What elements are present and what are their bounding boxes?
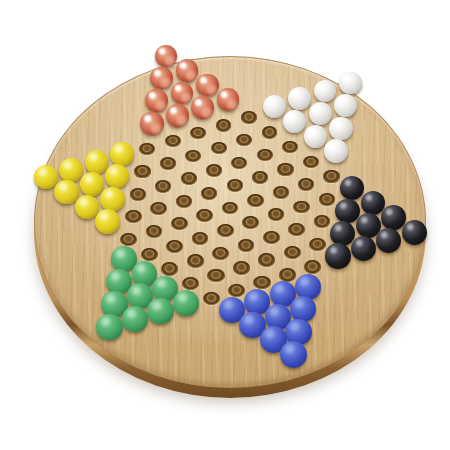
marble-green[interactable]	[147, 298, 173, 324]
marble-yellow[interactable]	[110, 142, 134, 166]
marble-black[interactable]	[325, 243, 350, 268]
marble-yellow[interactable]	[100, 187, 124, 211]
board-hole[interactable]	[166, 240, 183, 253]
board-hole[interactable]	[165, 135, 181, 147]
marble-black[interactable]	[402, 220, 427, 245]
board-hole[interactable]	[303, 156, 319, 169]
board-hole[interactable]	[241, 111, 257, 123]
board-hole[interactable]	[309, 238, 326, 251]
board-hole[interactable]	[134, 165, 150, 178]
marble-white[interactable]	[263, 95, 286, 118]
board-hole[interactable]	[319, 193, 335, 206]
marble-white[interactable]	[329, 117, 352, 140]
board-hole[interactable]	[284, 246, 301, 259]
board-hole[interactable]	[216, 119, 232, 131]
board-hole[interactable]	[298, 178, 314, 191]
marble-red[interactable]	[140, 112, 163, 135]
board-hole[interactable]	[253, 276, 270, 289]
board-hole[interactable]	[282, 141, 298, 153]
board-hole[interactable]	[212, 247, 229, 260]
board-hole[interactable]	[279, 268, 296, 281]
marble-red[interactable]	[150, 67, 173, 90]
board-hole[interactable]	[161, 262, 178, 275]
board-hole[interactable]	[130, 188, 146, 201]
hole-field	[0, 0, 450, 450]
board-hole[interactable]	[227, 179, 243, 192]
board-hole[interactable]	[323, 170, 339, 183]
marble-black[interactable]	[351, 236, 376, 261]
board-hole[interactable]	[217, 224, 234, 237]
marble-white[interactable]	[334, 94, 357, 117]
marble-white[interactable]	[309, 102, 332, 125]
board-hole[interactable]	[120, 233, 137, 246]
marble-red[interactable]	[166, 104, 189, 127]
marble-red[interactable]	[191, 96, 214, 119]
board-hole[interactable]	[233, 261, 250, 274]
marble-yellow[interactable]	[85, 150, 109, 174]
board-hole[interactable]	[207, 269, 224, 282]
board-hole[interactable]	[268, 208, 285, 221]
board-hole[interactable]	[171, 217, 188, 230]
marble-yellow[interactable]	[105, 164, 129, 188]
marble-white[interactable]	[288, 87, 311, 110]
board-hole[interactable]	[203, 292, 220, 306]
photo-scene	[0, 0, 450, 450]
board-hole[interactable]	[247, 194, 263, 207]
marble-white[interactable]	[324, 139, 348, 163]
board-hole[interactable]	[231, 157, 247, 170]
marble-black[interactable]	[376, 228, 401, 253]
marble-yellow[interactable]	[95, 209, 120, 234]
marble-green[interactable]	[96, 314, 123, 341]
board-hole[interactable]	[314, 215, 331, 228]
board-hole[interactable]	[139, 143, 155, 155]
board-hole[interactable]	[277, 163, 293, 176]
marble-red[interactable]	[196, 74, 219, 97]
marble-red[interactable]	[155, 45, 177, 67]
board-hole[interactable]	[263, 231, 280, 244]
board-hole[interactable]	[304, 260, 321, 273]
board-hole[interactable]	[228, 284, 245, 298]
board-hole[interactable]	[185, 150, 201, 162]
board-hole[interactable]	[190, 127, 206, 139]
marble-red[interactable]	[171, 82, 194, 105]
board-hole[interactable]	[238, 239, 255, 252]
board-hole[interactable]	[150, 202, 167, 215]
marble-green[interactable]	[122, 306, 148, 332]
board-hole[interactable]	[222, 202, 239, 215]
marble-yellow[interactable]	[59, 158, 83, 182]
marble-white[interactable]	[283, 110, 306, 133]
marble-blue[interactable]	[280, 341, 307, 368]
board-hole[interactable]	[182, 277, 199, 290]
board-hole[interactable]	[141, 248, 158, 261]
board-hole[interactable]	[257, 149, 273, 161]
marble-white[interactable]	[304, 125, 327, 148]
marble-red[interactable]	[176, 59, 198, 81]
board-hole[interactable]	[181, 172, 197, 185]
board-hole[interactable]	[236, 134, 252, 146]
board-hole[interactable]	[176, 195, 192, 208]
board-hole[interactable]	[192, 232, 209, 245]
board-hole[interactable]	[252, 171, 268, 184]
board-hole[interactable]	[242, 216, 259, 229]
marble-white[interactable]	[314, 80, 337, 103]
board-hole[interactable]	[196, 209, 213, 222]
board-hole[interactable]	[160, 157, 176, 170]
board-hole[interactable]	[288, 223, 305, 236]
board-hole[interactable]	[206, 164, 222, 177]
board-hole[interactable]	[273, 186, 289, 199]
board-hole[interactable]	[146, 225, 163, 238]
marble-yellow[interactable]	[54, 180, 78, 204]
board-hole[interactable]	[187, 254, 204, 267]
marble-red[interactable]	[145, 89, 168, 112]
marble-black[interactable]	[340, 176, 364, 200]
board-hole[interactable]	[155, 180, 171, 193]
board-hole[interactable]	[211, 142, 227, 154]
board-hole[interactable]	[258, 253, 275, 266]
marble-green[interactable]	[173, 290, 199, 316]
board-hole[interactable]	[262, 126, 278, 138]
board-hole[interactable]	[201, 187, 217, 200]
marble-red[interactable]	[217, 88, 240, 111]
marble-white[interactable]	[339, 72, 362, 95]
board-hole[interactable]	[125, 210, 142, 223]
board-hole[interactable]	[293, 201, 310, 214]
